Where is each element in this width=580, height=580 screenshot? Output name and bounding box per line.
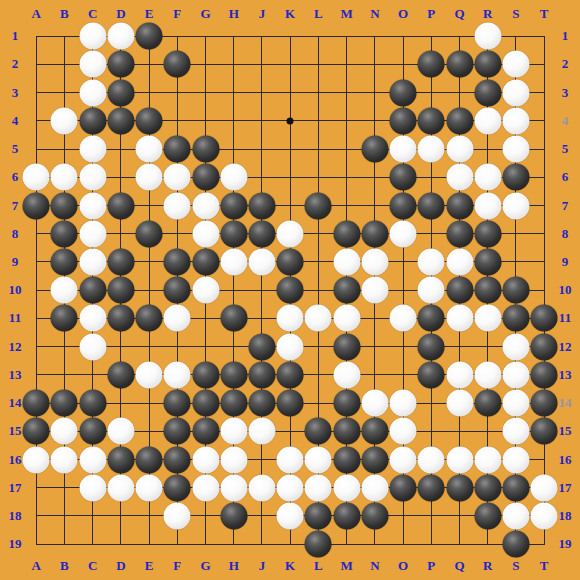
stone-black-F16[interactable] (164, 446, 191, 473)
stone-white-P9[interactable] (418, 248, 445, 275)
row-label-right-12: 12 (559, 339, 572, 355)
row-label-left-16: 16 (9, 452, 22, 468)
stone-white-Q6[interactable] (446, 164, 473, 191)
stone-black-C14[interactable] (79, 390, 106, 417)
col-label-bottom-E: E (145, 558, 154, 574)
col-label-bottom-C: C (88, 558, 97, 574)
stone-black-P11[interactable] (418, 305, 445, 332)
stone-white-L11[interactable] (305, 305, 332, 332)
stone-black-Q2[interactable] (446, 51, 473, 78)
stone-black-F10[interactable] (164, 277, 191, 304)
stone-white-K11[interactable] (277, 305, 304, 332)
row-label-left-10: 10 (9, 282, 22, 298)
stone-black-B11[interactable] (51, 305, 78, 332)
stone-white-C12[interactable] (79, 333, 106, 360)
stone-black-D10[interactable] (107, 277, 134, 304)
row-label-left-4: 4 (12, 113, 19, 129)
stone-black-T15[interactable] (531, 418, 558, 445)
stone-white-S5[interactable] (502, 136, 529, 163)
stone-black-R14[interactable] (474, 390, 501, 417)
col-label-top-C: C (88, 6, 97, 22)
stone-white-J9[interactable] (248, 248, 275, 275)
stone-black-E11[interactable] (136, 305, 163, 332)
stone-black-D3[interactable] (107, 79, 134, 106)
stone-black-J12[interactable] (248, 333, 275, 360)
stone-black-D7[interactable] (107, 192, 134, 219)
row-label-right-15: 15 (559, 423, 572, 439)
col-label-top-G: G (200, 6, 210, 22)
stone-black-D13[interactable] (107, 361, 134, 388)
stone-black-A15[interactable] (23, 418, 50, 445)
stone-black-J8[interactable] (248, 220, 275, 247)
stone-white-O11[interactable] (390, 305, 417, 332)
stone-black-A14[interactable] (23, 390, 50, 417)
stone-white-D15[interactable] (107, 418, 134, 445)
stone-white-O16[interactable] (390, 446, 417, 473)
stone-black-M12[interactable] (333, 333, 360, 360)
stone-black-J7[interactable] (248, 192, 275, 219)
stone-black-R10[interactable] (474, 277, 501, 304)
stone-black-B8[interactable] (51, 220, 78, 247)
stone-white-P16[interactable] (418, 446, 445, 473)
stone-white-F6[interactable] (164, 164, 191, 191)
stone-white-D1[interactable] (107, 23, 134, 50)
stone-black-B9[interactable] (51, 248, 78, 275)
stone-white-S2[interactable] (502, 51, 529, 78)
row-label-right-2: 2 (562, 56, 569, 72)
stone-black-D11[interactable] (107, 305, 134, 332)
stone-white-M13[interactable] (333, 361, 360, 388)
row-label-right-4: 4 (562, 113, 569, 129)
col-label-bottom-P: P (427, 558, 435, 574)
stone-white-B15[interactable] (51, 418, 78, 445)
stone-black-L19[interactable] (305, 531, 332, 558)
stone-white-K16[interactable] (277, 446, 304, 473)
stone-black-P4[interactable] (418, 107, 445, 134)
stone-black-F15[interactable] (164, 418, 191, 445)
col-label-bottom-B: B (60, 558, 69, 574)
stone-black-P2[interactable] (418, 51, 445, 78)
stone-white-S15[interactable] (502, 418, 529, 445)
stone-white-C5[interactable] (79, 136, 106, 163)
stone-black-S11[interactable] (502, 305, 529, 332)
col-label-bottom-J: J (259, 558, 266, 574)
row-label-right-19: 19 (559, 536, 572, 552)
stone-black-E1[interactable] (136, 23, 163, 50)
stone-black-J13[interactable] (248, 361, 275, 388)
stone-white-H15[interactable] (220, 418, 247, 445)
stone-white-Q14[interactable] (446, 390, 473, 417)
col-label-bottom-O: O (398, 558, 408, 574)
col-label-bottom-F: F (173, 558, 181, 574)
stone-black-M15[interactable] (333, 418, 360, 445)
stone-white-K8[interactable] (277, 220, 304, 247)
stone-white-S16[interactable] (502, 446, 529, 473)
stone-white-Q13[interactable] (446, 361, 473, 388)
stone-white-L16[interactable] (305, 446, 332, 473)
stone-white-N10[interactable] (361, 277, 388, 304)
col-label-bottom-T: T (540, 558, 549, 574)
stone-black-H14[interactable] (220, 390, 247, 417)
row-label-right-10: 10 (559, 282, 572, 298)
row-label-right-3: 3 (562, 85, 569, 101)
row-label-left-11: 11 (9, 310, 21, 326)
row-label-left-7: 7 (12, 198, 19, 214)
stone-black-T11[interactable] (531, 305, 558, 332)
stone-black-F9[interactable] (164, 248, 191, 275)
stone-white-E17[interactable] (136, 474, 163, 501)
stone-black-J14[interactable] (248, 390, 275, 417)
stone-black-Q17[interactable] (446, 474, 473, 501)
stone-black-P17[interactable] (418, 474, 445, 501)
stone-white-N17[interactable] (361, 474, 388, 501)
stone-white-C3[interactable] (79, 79, 106, 106)
stone-black-G13[interactable] (192, 361, 219, 388)
stone-black-E4[interactable] (136, 107, 163, 134)
stone-black-P7[interactable] (418, 192, 445, 219)
stone-black-N5[interactable] (361, 136, 388, 163)
stone-black-K10[interactable] (277, 277, 304, 304)
stone-white-E6[interactable] (136, 164, 163, 191)
stone-black-N8[interactable] (361, 220, 388, 247)
stone-black-D9[interactable] (107, 248, 134, 275)
stone-black-O7[interactable] (390, 192, 417, 219)
col-label-bottom-K: K (285, 558, 295, 574)
row-label-left-2: 2 (12, 56, 19, 72)
stone-black-P13[interactable] (418, 361, 445, 388)
row-label-left-18: 18 (9, 508, 22, 524)
stone-black-B7[interactable] (51, 192, 78, 219)
stone-black-A7[interactable] (23, 192, 50, 219)
col-label-top-L: L (314, 6, 323, 22)
stone-black-G6[interactable] (192, 164, 219, 191)
col-label-bottom-Q: Q (454, 558, 464, 574)
col-label-top-T: T (540, 6, 549, 22)
stone-white-S7[interactable] (502, 192, 529, 219)
col-label-bottom-G: G (200, 558, 210, 574)
stone-black-R2[interactable] (474, 51, 501, 78)
stone-black-H11[interactable] (220, 305, 247, 332)
stone-black-L18[interactable] (305, 502, 332, 529)
stone-white-R16[interactable] (474, 446, 501, 473)
stone-white-A16[interactable] (23, 446, 50, 473)
stone-white-C8[interactable] (79, 220, 106, 247)
row-label-right-8: 8 (562, 226, 569, 242)
stone-black-F17[interactable] (164, 474, 191, 501)
col-label-top-S: S (512, 6, 519, 22)
row-label-right-5: 5 (562, 141, 569, 157)
stone-black-Q8[interactable] (446, 220, 473, 247)
col-label-bottom-H: H (229, 558, 239, 574)
stone-black-R3[interactable] (474, 79, 501, 106)
col-label-bottom-N: N (370, 558, 379, 574)
grid-line-vertical (544, 36, 545, 545)
stone-black-C4[interactable] (79, 107, 106, 134)
grid-line-horizontal (36, 544, 545, 545)
row-label-left-15: 15 (9, 423, 22, 439)
col-label-top-Q: Q (454, 6, 464, 22)
goban[interactable]: AABBCCDDEEFFGGHHJJKKLLMMNNOOPPQQRRSSTT11… (0, 0, 580, 580)
stone-white-P5[interactable] (418, 136, 445, 163)
row-label-right-18: 18 (559, 508, 572, 524)
row-label-right-6: 6 (562, 169, 569, 185)
stone-black-S10[interactable] (502, 277, 529, 304)
stone-black-R17[interactable] (474, 474, 501, 501)
col-label-bottom-L: L (314, 558, 323, 574)
stone-white-L17[interactable] (305, 474, 332, 501)
row-label-left-3: 3 (12, 85, 19, 101)
col-label-bottom-A: A (31, 558, 40, 574)
stone-white-R11[interactable] (474, 305, 501, 332)
stone-black-D4[interactable] (107, 107, 134, 134)
row-label-left-14: 14 (9, 395, 22, 411)
col-label-top-J: J (259, 6, 266, 22)
stone-white-O8[interactable] (390, 220, 417, 247)
col-label-top-K: K (285, 6, 295, 22)
row-label-left-17: 17 (9, 480, 22, 496)
stone-white-S4[interactable] (502, 107, 529, 134)
stone-black-M8[interactable] (333, 220, 360, 247)
stone-black-S19[interactable] (502, 531, 529, 558)
stone-black-N16[interactable] (361, 446, 388, 473)
stone-black-L15[interactable] (305, 418, 332, 445)
row-label-left-5: 5 (12, 141, 19, 157)
col-label-top-R: R (483, 6, 492, 22)
stone-white-S13[interactable] (502, 361, 529, 388)
stone-black-M16[interactable] (333, 446, 360, 473)
stone-black-G5[interactable] (192, 136, 219, 163)
stone-black-Q7[interactable] (446, 192, 473, 219)
stone-white-S14[interactable] (502, 390, 529, 417)
stone-white-F7[interactable] (164, 192, 191, 219)
col-label-top-E: E (145, 6, 154, 22)
col-label-top-A: A (31, 6, 40, 22)
stone-white-T17[interactable] (531, 474, 558, 501)
row-label-right-1: 1 (562, 28, 569, 44)
stone-white-E13[interactable] (136, 361, 163, 388)
stone-black-H18[interactable] (220, 502, 247, 529)
stone-black-F14[interactable] (164, 390, 191, 417)
stone-white-C16[interactable] (79, 446, 106, 473)
stone-white-Q9[interactable] (446, 248, 473, 275)
stone-white-K17[interactable] (277, 474, 304, 501)
stone-white-B6[interactable] (51, 164, 78, 191)
stone-white-F11[interactable] (164, 305, 191, 332)
stone-white-R13[interactable] (474, 361, 501, 388)
stone-white-C9[interactable] (79, 248, 106, 275)
col-label-top-P: P (427, 6, 435, 22)
row-label-right-7: 7 (562, 198, 569, 214)
stone-black-T13[interactable] (531, 361, 558, 388)
col-label-bottom-S: S (512, 558, 519, 574)
stone-black-O17[interactable] (390, 474, 417, 501)
stone-white-M17[interactable] (333, 474, 360, 501)
row-label-left-9: 9 (12, 254, 19, 270)
stone-black-S17[interactable] (502, 474, 529, 501)
stone-white-S3[interactable] (502, 79, 529, 106)
col-label-bottom-M: M (340, 558, 352, 574)
stone-black-C15[interactable] (79, 418, 106, 445)
stone-black-K13[interactable] (277, 361, 304, 388)
stone-white-H6[interactable] (220, 164, 247, 191)
col-label-top-D: D (116, 6, 125, 22)
stone-white-F18[interactable] (164, 502, 191, 529)
row-label-left-8: 8 (12, 226, 19, 242)
stone-black-L7[interactable] (305, 192, 332, 219)
stone-black-D2[interactable] (107, 51, 134, 78)
col-label-top-O: O (398, 6, 408, 22)
stone-white-O5[interactable] (390, 136, 417, 163)
stone-black-Q4[interactable] (446, 107, 473, 134)
stone-white-N14[interactable] (361, 390, 388, 417)
stone-white-C7[interactable] (79, 192, 106, 219)
stone-black-D16[interactable] (107, 446, 134, 473)
col-label-top-N: N (370, 6, 379, 22)
stone-white-J17[interactable] (248, 474, 275, 501)
stone-white-F13[interactable] (164, 361, 191, 388)
stone-white-Q11[interactable] (446, 305, 473, 332)
stone-white-H9[interactable] (220, 248, 247, 275)
row-label-left-12: 12 (9, 339, 22, 355)
stone-white-H16[interactable] (220, 446, 247, 473)
row-label-right-11: 11 (559, 310, 571, 326)
stone-black-C10[interactable] (79, 277, 106, 304)
stone-white-H17[interactable] (220, 474, 247, 501)
stone-white-P10[interactable] (418, 277, 445, 304)
stone-black-O4[interactable] (390, 107, 417, 134)
stone-black-T12[interactable] (531, 333, 558, 360)
row-label-right-9: 9 (562, 254, 569, 270)
stone-black-M10[interactable] (333, 277, 360, 304)
stone-white-E5[interactable] (136, 136, 163, 163)
row-label-left-13: 13 (9, 367, 22, 383)
stone-white-Q5[interactable] (446, 136, 473, 163)
stone-black-E16[interactable] (136, 446, 163, 473)
stone-white-G7[interactable] (192, 192, 219, 219)
stone-white-A6[interactable] (23, 164, 50, 191)
stone-white-R1[interactable] (474, 23, 501, 50)
stone-black-T14[interactable] (531, 390, 558, 417)
row-label-right-13: 13 (559, 367, 572, 383)
stone-white-J15[interactable] (248, 418, 275, 445)
stone-black-N15[interactable] (361, 418, 388, 445)
stone-white-M11[interactable] (333, 305, 360, 332)
stone-white-M9[interactable] (333, 248, 360, 275)
stone-black-N18[interactable] (361, 502, 388, 529)
stone-white-G8[interactable] (192, 220, 219, 247)
stone-black-F5[interactable] (164, 136, 191, 163)
stone-black-G15[interactable] (192, 418, 219, 445)
stone-white-G10[interactable] (192, 277, 219, 304)
row-label-right-16: 16 (559, 452, 572, 468)
stone-black-S6[interactable] (502, 164, 529, 191)
stone-white-C6[interactable] (79, 164, 106, 191)
stone-black-R18[interactable] (474, 502, 501, 529)
stone-black-R9[interactable] (474, 248, 501, 275)
col-label-top-B: B (60, 6, 69, 22)
stone-white-K12[interactable] (277, 333, 304, 360)
stone-white-R6[interactable] (474, 164, 501, 191)
stone-black-R8[interactable] (474, 220, 501, 247)
stone-black-H8[interactable] (220, 220, 247, 247)
row-label-left-19: 19 (9, 536, 22, 552)
row-label-right-17: 17 (559, 480, 572, 496)
stone-white-R7[interactable] (474, 192, 501, 219)
stone-white-G17[interactable] (192, 474, 219, 501)
stone-white-K18[interactable] (277, 502, 304, 529)
stone-black-Q10[interactable] (446, 277, 473, 304)
stone-black-B14[interactable] (51, 390, 78, 417)
stone-white-C17[interactable] (79, 474, 106, 501)
col-label-bottom-R: R (483, 558, 492, 574)
stone-white-C11[interactable] (79, 305, 106, 332)
stone-white-B16[interactable] (51, 446, 78, 473)
stone-white-T18[interactable] (531, 502, 558, 529)
stone-black-K14[interactable] (277, 390, 304, 417)
stone-black-F2[interactable] (164, 51, 191, 78)
col-label-top-F: F (173, 6, 181, 22)
stone-white-O15[interactable] (390, 418, 417, 445)
stone-black-G14[interactable] (192, 390, 219, 417)
stone-white-Q16[interactable] (446, 446, 473, 473)
stone-white-D17[interactable] (107, 474, 134, 501)
stone-black-K9[interactable] (277, 248, 304, 275)
stone-black-H7[interactable] (220, 192, 247, 219)
row-label-right-14: 14 (559, 395, 572, 411)
row-label-left-1: 1 (12, 28, 19, 44)
stone-white-C2[interactable] (79, 51, 106, 78)
col-label-top-H: H (229, 6, 239, 22)
col-label-bottom-D: D (116, 558, 125, 574)
row-label-left-6: 6 (12, 169, 19, 185)
stone-black-P12[interactable] (418, 333, 445, 360)
stone-black-M14[interactable] (333, 390, 360, 417)
star-point-K4 (287, 117, 294, 124)
stone-black-O3[interactable] (390, 79, 417, 106)
stone-white-B4[interactable] (51, 107, 78, 134)
stone-black-E8[interactable] (136, 220, 163, 247)
col-label-top-M: M (340, 6, 352, 22)
stone-white-S18[interactable] (502, 502, 529, 529)
stone-black-H13[interactable] (220, 361, 247, 388)
stone-white-N9[interactable] (361, 248, 388, 275)
stone-black-O6[interactable] (390, 164, 417, 191)
stone-white-O14[interactable] (390, 390, 417, 417)
stone-white-C1[interactable] (79, 23, 106, 50)
stone-black-M18[interactable] (333, 502, 360, 529)
stone-white-R4[interactable] (474, 107, 501, 134)
stone-black-G9[interactable] (192, 248, 219, 275)
stone-white-B10[interactable] (51, 277, 78, 304)
stone-white-G16[interactable] (192, 446, 219, 473)
stone-white-S12[interactable] (502, 333, 529, 360)
